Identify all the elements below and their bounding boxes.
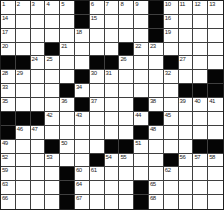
letter-cell[interactable] xyxy=(119,98,134,112)
letter-cell[interactable] xyxy=(16,195,31,209)
clue-number: 16 xyxy=(165,15,171,22)
clue-number: 41 xyxy=(209,98,215,105)
letter-cell[interactable]: 21 xyxy=(60,43,75,57)
block-cell xyxy=(134,98,149,112)
letter-cell[interactable] xyxy=(31,29,46,43)
letter-cell[interactable] xyxy=(16,15,31,29)
letter-cell[interactable] xyxy=(149,70,164,84)
letter-cell[interactable] xyxy=(45,181,60,195)
clue-number: 43 xyxy=(76,112,82,119)
letter-cell[interactable] xyxy=(179,15,194,29)
letter-cell[interactable]: 65 xyxy=(149,181,164,195)
clue-number: 2 xyxy=(17,1,20,8)
letter-cell[interactable] xyxy=(179,126,194,140)
letter-cell[interactable]: 59 xyxy=(1,167,16,181)
letter-cell[interactable] xyxy=(31,43,46,57)
block-cell xyxy=(45,43,60,57)
block-cell xyxy=(31,112,46,126)
letter-cell[interactable] xyxy=(119,84,134,98)
letter-cell[interactable] xyxy=(105,84,120,98)
clue-number: 47 xyxy=(32,126,38,133)
letter-cell[interactable]: 1 xyxy=(1,1,16,15)
clue-number: 19 xyxy=(165,29,171,36)
letter-cell[interactable] xyxy=(75,140,90,154)
letter-cell[interactable] xyxy=(75,43,90,57)
letter-cell[interactable]: 34 xyxy=(75,84,90,98)
letter-cell[interactable]: 48 xyxy=(149,126,164,140)
letter-cell[interactable] xyxy=(134,84,149,98)
block-cell xyxy=(1,56,16,70)
letter-cell[interactable]: 57 xyxy=(193,154,208,168)
clue-number: 59 xyxy=(2,167,8,174)
letter-cell[interactable] xyxy=(105,112,120,126)
block-cell xyxy=(105,140,120,154)
letter-cell[interactable] xyxy=(134,56,149,70)
letter-cell[interactable] xyxy=(208,29,223,43)
clue-number: 40 xyxy=(194,98,200,105)
block-cell xyxy=(134,195,149,209)
clue-number: 56 xyxy=(180,154,186,161)
letter-cell[interactable] xyxy=(164,43,179,57)
letter-cell[interactable] xyxy=(208,126,223,140)
clue-number: 28 xyxy=(2,70,8,77)
clue-number: 49 xyxy=(2,140,8,147)
clue-number: 15 xyxy=(91,15,97,22)
block-cell xyxy=(1,126,16,140)
letter-cell[interactable] xyxy=(31,167,46,181)
clue-number: 29 xyxy=(17,70,23,77)
letter-cell[interactable]: 6 xyxy=(90,1,105,15)
letter-cell[interactable] xyxy=(179,112,194,126)
letter-cell[interactable]: 38 xyxy=(149,98,164,112)
clue-number: 24 xyxy=(32,56,38,63)
clue-number: 39 xyxy=(180,98,186,105)
letter-cell[interactable]: 43 xyxy=(75,112,90,126)
letter-cell[interactable]: 4 xyxy=(45,1,60,15)
letter-cell[interactable] xyxy=(164,181,179,195)
clue-number: 55 xyxy=(120,154,126,161)
block-cell xyxy=(164,154,179,168)
letter-cell[interactable]: 63 xyxy=(1,181,16,195)
letter-cell[interactable]: 36 xyxy=(60,98,75,112)
letter-cell[interactable] xyxy=(31,195,46,209)
letter-cell[interactable] xyxy=(90,84,105,98)
letter-cell[interactable] xyxy=(179,43,194,57)
letter-cell[interactable] xyxy=(149,167,164,181)
letter-cell[interactable]: 68 xyxy=(149,195,164,209)
letter-cell[interactable] xyxy=(75,154,90,168)
letter-cell[interactable] xyxy=(179,181,194,195)
clue-number: 63 xyxy=(2,181,8,188)
letter-cell[interactable] xyxy=(90,29,105,43)
letter-cell[interactable] xyxy=(208,195,223,209)
letter-cell[interactable]: 11 xyxy=(179,1,194,15)
clue-number: 68 xyxy=(150,195,156,202)
letter-cell[interactable]: 31 xyxy=(105,70,120,84)
clue-number: 21 xyxy=(61,43,67,50)
letter-cell[interactable] xyxy=(16,84,31,98)
clue-number: 3 xyxy=(32,1,35,8)
block-cell xyxy=(90,56,105,70)
letter-cell[interactable] xyxy=(31,98,46,112)
letter-cell[interactable]: 15 xyxy=(90,15,105,29)
letter-cell[interactable] xyxy=(119,167,134,181)
letter-cell[interactable]: 58 xyxy=(208,154,223,168)
letter-cell[interactable] xyxy=(60,126,75,140)
letter-cell[interactable]: 42 xyxy=(45,112,60,126)
letter-cell[interactable] xyxy=(45,15,60,29)
letter-cell[interactable] xyxy=(193,43,208,57)
block-cell xyxy=(1,112,16,126)
letter-cell[interactable] xyxy=(31,181,46,195)
clue-number: 1 xyxy=(2,1,5,8)
crossword-page: 1234567891011121314151617181920212223242… xyxy=(0,0,224,210)
letter-cell[interactable] xyxy=(16,29,31,43)
block-cell xyxy=(119,140,134,154)
letter-cell[interactable]: 26 xyxy=(119,56,134,70)
letter-cell[interactable] xyxy=(164,98,179,112)
block-cell xyxy=(208,84,223,98)
letter-cell[interactable] xyxy=(16,181,31,195)
block-cell xyxy=(164,56,179,70)
letter-cell[interactable] xyxy=(90,140,105,154)
letter-cell[interactable]: 28 xyxy=(1,70,16,84)
block-cell xyxy=(119,43,134,57)
letter-cell[interactable] xyxy=(90,43,105,57)
letter-cell[interactable]: 64 xyxy=(75,181,90,195)
clue-number: 50 xyxy=(61,140,67,147)
letter-cell[interactable]: 27 xyxy=(179,56,194,70)
clue-number: 36 xyxy=(61,98,67,105)
letter-cell[interactable] xyxy=(45,126,60,140)
letter-cell[interactable] xyxy=(60,112,75,126)
letter-cell[interactable]: 7 xyxy=(105,1,120,15)
letter-cell[interactable] xyxy=(119,29,134,43)
letter-cell[interactable] xyxy=(105,43,120,57)
letter-cell[interactable]: 24 xyxy=(31,56,46,70)
letter-cell[interactable]: 12 xyxy=(193,1,208,15)
letter-cell[interactable] xyxy=(119,126,134,140)
letter-cell[interactable] xyxy=(16,140,31,154)
clue-number: 4 xyxy=(46,1,49,8)
letter-cell[interactable]: 55 xyxy=(119,154,134,168)
clue-number: 58 xyxy=(209,154,215,161)
letter-cell[interactable] xyxy=(193,29,208,43)
letter-cell[interactable] xyxy=(208,56,223,70)
letter-cell[interactable] xyxy=(134,70,149,84)
block-cell xyxy=(149,1,164,15)
clue-number: 53 xyxy=(46,154,52,161)
clue-number: 45 xyxy=(165,112,171,119)
clue-number: 52 xyxy=(2,154,8,161)
block-cell xyxy=(60,195,75,209)
letter-cell[interactable] xyxy=(179,195,194,209)
letter-cell[interactable]: 51 xyxy=(134,140,149,154)
clue-number: 66 xyxy=(2,195,8,202)
letter-cell[interactable] xyxy=(179,29,194,43)
letter-cell[interactable]: 33 xyxy=(1,84,16,98)
clue-number: 8 xyxy=(120,1,123,8)
clue-number: 22 xyxy=(135,43,141,50)
clue-number: 32 xyxy=(165,70,171,77)
letter-cell[interactable] xyxy=(208,15,223,29)
clue-number: 62 xyxy=(165,167,171,174)
letter-cell[interactable] xyxy=(60,70,75,84)
letter-cell[interactable] xyxy=(45,84,60,98)
clue-number: 57 xyxy=(194,154,200,161)
block-cell xyxy=(45,140,60,154)
letter-cell[interactable]: 18 xyxy=(75,29,90,43)
clue-number: 14 xyxy=(2,15,8,22)
letter-cell[interactable] xyxy=(149,140,164,154)
letter-cell[interactable] xyxy=(105,195,120,209)
block-cell xyxy=(60,181,75,195)
letter-cell[interactable]: 54 xyxy=(105,154,120,168)
letter-cell[interactable]: 25 xyxy=(45,56,60,70)
letter-cell[interactable]: 47 xyxy=(31,126,46,140)
clue-number: 17 xyxy=(2,29,8,36)
letter-cell[interactable] xyxy=(105,181,120,195)
letter-cell[interactable] xyxy=(105,15,120,29)
clue-number: 30 xyxy=(91,70,97,77)
block-cell xyxy=(90,154,105,168)
letter-cell[interactable] xyxy=(31,140,46,154)
letter-cell[interactable] xyxy=(60,154,75,168)
clue-number: 20 xyxy=(2,43,8,50)
clue-number: 9 xyxy=(135,1,138,8)
clue-number: 23 xyxy=(150,43,156,50)
block-cell xyxy=(75,70,90,84)
letter-cell[interactable]: 30 xyxy=(90,70,105,84)
letter-cell[interactable] xyxy=(208,43,223,57)
letter-cell[interactable]: 8 xyxy=(119,1,134,15)
letter-cell[interactable] xyxy=(208,167,223,181)
letter-cell[interactable]: 66 xyxy=(1,195,16,209)
clue-number: 33 xyxy=(2,84,8,91)
letter-cell[interactable]: 10 xyxy=(164,1,179,15)
letter-cell[interactable]: 14 xyxy=(1,15,16,29)
letter-cell[interactable] xyxy=(90,126,105,140)
letter-cell[interactable] xyxy=(60,15,75,29)
clue-number: 38 xyxy=(150,98,156,105)
block-cell xyxy=(149,15,164,29)
letter-cell[interactable] xyxy=(119,15,134,29)
letter-cell[interactable]: 16 xyxy=(164,15,179,29)
block-cell xyxy=(105,56,120,70)
clue-number: 37 xyxy=(91,98,97,105)
letter-cell[interactable] xyxy=(193,15,208,29)
letter-cell[interactable]: 45 xyxy=(164,112,179,126)
clue-number: 5 xyxy=(61,1,64,8)
letter-cell[interactable] xyxy=(16,167,31,181)
block-cell xyxy=(193,84,208,98)
block-cell xyxy=(16,112,31,126)
letter-cell[interactable]: 37 xyxy=(90,98,105,112)
letter-cell[interactable] xyxy=(164,84,179,98)
letter-cell[interactable] xyxy=(45,167,60,181)
clue-number: 65 xyxy=(150,181,156,188)
letter-cell[interactable] xyxy=(45,70,60,84)
clue-number: 61 xyxy=(91,167,97,174)
letter-cell[interactable]: 46 xyxy=(16,126,31,140)
block-cell xyxy=(16,56,31,70)
letter-cell[interactable]: 60 xyxy=(75,167,90,181)
letter-cell[interactable] xyxy=(193,181,208,195)
clue-number: 54 xyxy=(106,154,112,161)
clue-number: 35 xyxy=(2,98,8,105)
letter-cell[interactable] xyxy=(179,167,194,181)
letter-cell[interactable] xyxy=(105,98,120,112)
letter-cell[interactable] xyxy=(105,167,120,181)
letter-cell[interactable] xyxy=(60,56,75,70)
letter-cell[interactable] xyxy=(134,154,149,168)
block-cell xyxy=(149,29,164,43)
clue-number: 67 xyxy=(76,195,82,202)
letter-cell[interactable]: 13 xyxy=(208,1,223,15)
clue-number: 31 xyxy=(106,70,112,77)
letter-cell[interactable] xyxy=(45,98,60,112)
letter-cell[interactable]: 49 xyxy=(1,140,16,154)
letter-cell[interactable] xyxy=(149,56,164,70)
letter-cell[interactable] xyxy=(31,70,46,84)
letter-cell[interactable] xyxy=(75,56,90,70)
letter-cell[interactable] xyxy=(164,126,179,140)
letter-cell[interactable] xyxy=(16,43,31,57)
block-cell xyxy=(75,15,90,29)
letter-cell[interactable] xyxy=(75,126,90,140)
letter-cell[interactable] xyxy=(193,112,208,126)
letter-cell[interactable]: 3 xyxy=(31,1,46,15)
letter-cell[interactable] xyxy=(90,195,105,209)
clue-number: 42 xyxy=(46,112,52,119)
letter-cell[interactable] xyxy=(31,15,46,29)
letter-cell[interactable]: 35 xyxy=(1,98,16,112)
letter-cell[interactable] xyxy=(149,154,164,168)
letter-cell[interactable]: 9 xyxy=(134,1,149,15)
clue-number: 51 xyxy=(135,140,141,147)
letter-cell[interactable] xyxy=(164,140,179,154)
letter-cell[interactable] xyxy=(90,181,105,195)
clue-number: 6 xyxy=(91,1,94,8)
letter-cell[interactable] xyxy=(105,126,120,140)
clue-number: 48 xyxy=(150,126,156,133)
block-cell xyxy=(60,167,75,181)
letter-cell[interactable] xyxy=(164,195,179,209)
letter-cell[interactable] xyxy=(193,126,208,140)
block-cell xyxy=(75,98,90,112)
clue-number: 25 xyxy=(46,56,52,63)
letter-cell[interactable] xyxy=(105,29,120,43)
block-cell xyxy=(134,126,149,140)
block-cell xyxy=(134,181,149,195)
letter-cell[interactable]: 17 xyxy=(1,29,16,43)
clue-number: 12 xyxy=(194,1,200,8)
clue-number: 7 xyxy=(106,1,109,8)
letter-cell[interactable]: 29 xyxy=(16,70,31,84)
letter-cell[interactable] xyxy=(45,29,60,43)
block-cell xyxy=(149,112,164,126)
block-cell xyxy=(60,84,75,98)
letter-cell[interactable]: 44 xyxy=(134,112,149,126)
letter-cell[interactable] xyxy=(60,29,75,43)
clue-number: 27 xyxy=(180,56,186,63)
letter-cell[interactable] xyxy=(119,70,134,84)
letter-cell[interactable] xyxy=(31,84,46,98)
block-cell xyxy=(208,140,223,154)
letter-cell[interactable] xyxy=(208,112,223,126)
letter-cell[interactable]: 56 xyxy=(179,154,194,168)
block-cell xyxy=(179,84,194,98)
letter-cell[interactable] xyxy=(134,29,149,43)
clue-number: 60 xyxy=(76,167,82,174)
letter-cell[interactable]: 23 xyxy=(149,43,164,57)
letter-cell[interactable]: 39 xyxy=(179,98,194,112)
letter-cell[interactable] xyxy=(134,15,149,29)
letter-cell[interactable]: 53 xyxy=(45,154,60,168)
letter-cell[interactable]: 61 xyxy=(90,167,105,181)
letter-cell[interactable]: 5 xyxy=(60,1,75,15)
letter-cell[interactable] xyxy=(45,195,60,209)
clue-number: 13 xyxy=(209,1,215,8)
letter-cell[interactable]: 52 xyxy=(1,154,16,168)
crossword-grid: 1234567891011121314151617181920212223242… xyxy=(0,0,224,210)
letter-cell[interactable]: 62 xyxy=(164,167,179,181)
clue-number: 10 xyxy=(165,1,171,8)
letter-cell[interactable]: 40 xyxy=(193,98,208,112)
letter-cell[interactable]: 41 xyxy=(208,98,223,112)
letter-cell[interactable]: 20 xyxy=(1,43,16,57)
letter-cell[interactable] xyxy=(193,195,208,209)
letter-cell[interactable] xyxy=(119,112,134,126)
block-cell xyxy=(75,1,90,15)
block-cell xyxy=(208,70,223,84)
letter-cell[interactable] xyxy=(193,167,208,181)
letter-cell[interactable]: 32 xyxy=(164,70,179,84)
letter-cell[interactable] xyxy=(16,154,31,168)
letter-cell[interactable]: 2 xyxy=(16,1,31,15)
letter-cell[interactable] xyxy=(134,167,149,181)
letter-cell[interactable]: 50 xyxy=(60,140,75,154)
letter-cell[interactable] xyxy=(179,140,194,154)
letter-cell[interactable] xyxy=(179,70,194,84)
letter-cell[interactable] xyxy=(149,84,164,98)
letter-cell[interactable]: 67 xyxy=(75,195,90,209)
letter-cell[interactable] xyxy=(193,56,208,70)
letter-cell[interactable] xyxy=(16,98,31,112)
clue-number: 64 xyxy=(76,181,82,188)
letter-cell[interactable] xyxy=(90,112,105,126)
letter-cell[interactable]: 19 xyxy=(164,29,179,43)
block-cell xyxy=(193,140,208,154)
clue-number: 11 xyxy=(180,1,185,8)
letter-cell[interactable] xyxy=(193,70,208,84)
letter-cell[interactable] xyxy=(119,195,134,209)
clue-number: 26 xyxy=(120,56,126,63)
letter-cell[interactable] xyxy=(31,154,46,168)
letter-cell[interactable]: 22 xyxy=(134,43,149,57)
clue-number: 44 xyxy=(135,112,141,119)
clue-number: 46 xyxy=(17,126,23,133)
clue-number: 34 xyxy=(76,84,82,91)
letter-cell[interactable] xyxy=(119,181,134,195)
letter-cell[interactable] xyxy=(208,181,223,195)
clue-number: 18 xyxy=(76,29,82,36)
